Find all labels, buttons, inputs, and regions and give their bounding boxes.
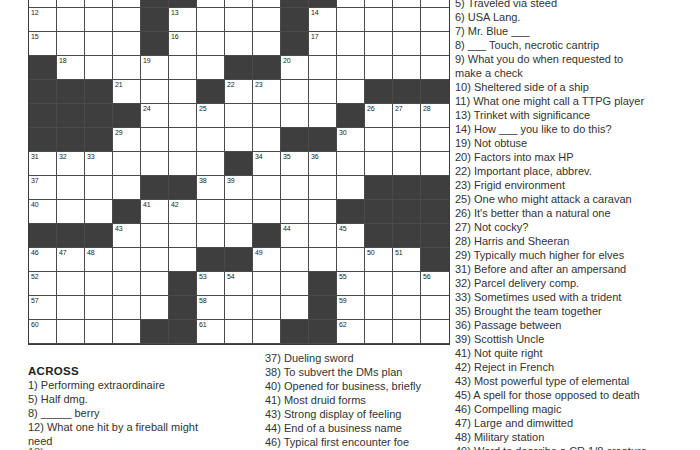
cell-r10c5 [169, 224, 197, 248]
cell-r6c2 [85, 128, 113, 152]
cell-r14c11: 62 [337, 320, 365, 344]
across-header: ACROSS [28, 364, 270, 378]
cell-r7c3 [113, 152, 141, 176]
cell-r5c1 [57, 104, 85, 128]
cell-r4c6 [197, 80, 225, 104]
cell-r13c5 [169, 296, 197, 320]
across-clue-line: 5) Half dmg. [28, 392, 270, 406]
cell-r11c2: 48 [85, 248, 113, 272]
cell-r3c5 [169, 56, 197, 80]
clue-number: 28 [423, 105, 430, 113]
clue-number: 26 [367, 105, 374, 113]
cell-r1c7 [225, 8, 253, 32]
clue-number: 37 [31, 177, 38, 185]
cell-r12c12 [365, 272, 393, 296]
cell-r1c5: 13 [169, 8, 197, 32]
cell-r3c2 [85, 56, 113, 80]
cell-r5c3 [113, 104, 141, 128]
cell-r11c12: 50 [365, 248, 393, 272]
cell-r8c10 [309, 176, 337, 200]
cell-r0c10 [309, 0, 337, 8]
cell-r2c11 [337, 32, 365, 56]
cell-r12c10 [309, 272, 337, 296]
cell-r8c7: 39 [225, 176, 253, 200]
cell-r4c4 [141, 80, 169, 104]
cell-r3c10 [309, 56, 337, 80]
cell-r11c8: 49 [253, 248, 281, 272]
cell-r9c8 [253, 200, 281, 224]
cell-r12c5 [169, 272, 197, 296]
down-clue-line: 25) One who might attack a caravan [455, 192, 700, 206]
cell-r14c2 [85, 320, 113, 344]
down-clue-line: 13) Trinket with significance [455, 108, 700, 122]
cell-r1c12 [365, 8, 393, 32]
cell-r7c6 [197, 152, 225, 176]
cell-r6c14 [421, 128, 449, 152]
clue-number: 24 [143, 105, 150, 113]
cell-r10c2 [85, 224, 113, 248]
down-clue-line: 46) Compelling magic [455, 402, 700, 416]
down-clue-line: 36) Passage between [455, 318, 700, 332]
cell-r9c4: 41 [141, 200, 169, 224]
clue-number: 50 [367, 249, 374, 257]
clue-number: 29 [115, 129, 122, 137]
clue-number: 31 [31, 153, 38, 161]
cell-r12c9 [281, 272, 309, 296]
cell-r13c4 [141, 296, 169, 320]
cell-r10c3: 43 [113, 224, 141, 248]
cell-r5c6: 25 [197, 104, 225, 128]
clue-number: 56 [423, 273, 430, 281]
cell-r5c10 [309, 104, 337, 128]
cell-r8c14 [421, 176, 449, 200]
down-clue-line: 33) Sometimes used with a trident [455, 290, 700, 304]
across-clue-line: need [28, 434, 270, 448]
cell-r5c13: 27 [393, 104, 421, 128]
clue-number: 52 [31, 273, 38, 281]
cell-r14c3 [113, 320, 141, 344]
cell-r6c10 [309, 128, 337, 152]
cell-r1c0: 12 [29, 8, 57, 32]
cell-r7c11 [337, 152, 365, 176]
clue-number: 32 [59, 153, 66, 161]
down-clue-line: 11) What one might call a TTPG player [455, 94, 700, 108]
across-clues-continued-list: 37) Dueling sword38) To subvert the DMs … [265, 351, 460, 449]
down-clue-line: 28) Harris and Sheeran [455, 234, 700, 248]
crossword-grid: 1213141516171819202122232425262728293031… [28, 0, 450, 345]
cell-r7c1: 32 [57, 152, 85, 176]
cell-r7c9: 35 [281, 152, 309, 176]
cell-r13c14 [421, 296, 449, 320]
cell-r6c9 [281, 128, 309, 152]
cell-r11c1: 47 [57, 248, 85, 272]
cell-r2c12 [365, 32, 393, 56]
across-clue-line: 41) Most druid forms [265, 393, 460, 407]
clue-number: 23 [255, 81, 262, 89]
cell-r12c7: 54 [225, 272, 253, 296]
clue-number: 58 [199, 297, 206, 305]
down-clue-line: make a check [455, 66, 700, 80]
cell-r5c11 [337, 104, 365, 128]
cell-r14c13 [393, 320, 421, 344]
cell-r4c14 [421, 80, 449, 104]
clue-number: 20 [283, 57, 290, 65]
cell-r8c2 [85, 176, 113, 200]
clue-number: 42 [171, 201, 178, 209]
cell-r9c6 [197, 200, 225, 224]
across-clue-line: 38) To subvert the DMs plan [265, 365, 460, 379]
cell-r10c10 [309, 224, 337, 248]
cell-r11c3 [113, 248, 141, 272]
cell-r7c12 [365, 152, 393, 176]
across-clue-line: 37) Dueling sword [265, 351, 460, 365]
down-clue-line: 5) Traveled via steed [455, 0, 700, 10]
cell-r14c5 [169, 320, 197, 344]
cell-r0c12 [365, 0, 393, 8]
cell-r8c11 [337, 176, 365, 200]
cell-r11c10 [309, 248, 337, 272]
cell-r8c9 [281, 176, 309, 200]
cell-r11c7 [225, 248, 253, 272]
clue-number: 33 [87, 153, 94, 161]
cell-r8c12 [365, 176, 393, 200]
cell-r3c13 [393, 56, 421, 80]
cell-r2c3 [113, 32, 141, 56]
cell-r7c10: 36 [309, 152, 337, 176]
down-clue-line: 45) A spell for those opposed to death [455, 388, 700, 402]
cell-r1c2 [85, 8, 113, 32]
cell-r6c12 [365, 128, 393, 152]
cell-r4c12 [365, 80, 393, 104]
cell-r13c7 [225, 296, 253, 320]
cell-r0c14 [421, 0, 449, 8]
cell-r1c8 [253, 8, 281, 32]
cell-r2c4 [141, 32, 169, 56]
down-clue-line: 35) Brought the team together [455, 304, 700, 318]
cell-r0c8 [253, 0, 281, 8]
cell-r9c10 [309, 200, 337, 224]
cell-r9c2 [85, 200, 113, 224]
cell-r0c4 [141, 0, 169, 8]
cell-r14c6: 61 [197, 320, 225, 344]
cell-r10c11: 45 [337, 224, 365, 248]
cell-r13c12 [365, 296, 393, 320]
down-clue-line: 32) Parcel delivery comp. [455, 276, 700, 290]
clue-number: 25 [199, 105, 206, 113]
clue-number: 60 [31, 321, 38, 329]
down-clue-line: 26) It's better than a natural one [455, 206, 700, 220]
cell-r0c0 [29, 0, 57, 8]
cell-r1c9 [281, 8, 309, 32]
clue-number: 15 [31, 33, 38, 41]
clue-number: 17 [311, 33, 318, 41]
cell-r7c8: 34 [253, 152, 281, 176]
cell-r14c9 [281, 320, 309, 344]
cell-r13c0: 57 [29, 296, 57, 320]
cell-r9c13 [393, 200, 421, 224]
down-clue-line: 42) Reject in French [455, 360, 700, 374]
cell-r6c3: 29 [113, 128, 141, 152]
down-clue-line: 31) Before and after an ampersand [455, 262, 700, 276]
across-clue-line: 12) What one hit by a fireball might [28, 420, 270, 434]
cell-r5c0 [29, 104, 57, 128]
cell-r4c13 [393, 80, 421, 104]
cell-r13c10 [309, 296, 337, 320]
cell-r3c1: 18 [57, 56, 85, 80]
cell-r7c14 [421, 152, 449, 176]
cell-r6c6 [197, 128, 225, 152]
across-clue-line: 1) Performing extraordinaire [28, 378, 270, 392]
cell-r11c0: 46 [29, 248, 57, 272]
cell-r0c1 [57, 0, 85, 8]
cell-r0c3 [113, 0, 141, 8]
cell-r9c5: 42 [169, 200, 197, 224]
cell-r0c5 [169, 0, 197, 8]
clue-number: 39 [227, 177, 234, 185]
cell-r8c4 [141, 176, 169, 200]
cell-r5c9 [281, 104, 309, 128]
down-clue-line: 48) Military station [455, 430, 700, 444]
cell-r10c1 [57, 224, 85, 248]
cell-r4c10 [309, 80, 337, 104]
cell-r2c10: 17 [309, 32, 337, 56]
cell-r11c6 [197, 248, 225, 272]
clue-number: 45 [339, 225, 346, 233]
clue-number: 16 [171, 33, 178, 41]
cell-r6c5 [169, 128, 197, 152]
cell-r5c8 [253, 104, 281, 128]
cell-r14c8 [253, 320, 281, 344]
clue-number: 43 [115, 225, 122, 233]
down-clue-line: 49) Word to describe a CR 1/8 creature [455, 444, 700, 450]
cell-r2c7 [225, 32, 253, 56]
clue-number: 46 [31, 249, 38, 257]
cell-r6c4 [141, 128, 169, 152]
cell-r2c6 [197, 32, 225, 56]
cell-r0c2 [85, 0, 113, 8]
clue-number: 19 [143, 57, 150, 65]
cell-r14c7 [225, 320, 253, 344]
cell-r6c7 [225, 128, 253, 152]
cell-r7c7 [225, 152, 253, 176]
cell-r1c11 [337, 8, 365, 32]
down-clue-line: 20) Factors into max HP [455, 150, 700, 164]
cell-r11c5 [169, 248, 197, 272]
cell-r0c9 [281, 0, 309, 8]
cell-r11c9 [281, 248, 309, 272]
cell-r7c2: 33 [85, 152, 113, 176]
clue-number: 51 [395, 249, 402, 257]
cell-r13c3 [113, 296, 141, 320]
cell-r2c5: 16 [169, 32, 197, 56]
cell-r8c0: 37 [29, 176, 57, 200]
cell-r6c1 [57, 128, 85, 152]
cell-r13c1 [57, 296, 85, 320]
cell-r11c11 [337, 248, 365, 272]
clue-number: 22 [227, 81, 234, 89]
cell-r12c11: 55 [337, 272, 365, 296]
cell-r5c2 [85, 104, 113, 128]
cell-r14c14 [421, 320, 449, 344]
cell-r4c2 [85, 80, 113, 104]
cell-r3c0 [29, 56, 57, 80]
cell-r12c8 [253, 272, 281, 296]
cell-r7c0: 31 [29, 152, 57, 176]
cell-r14c10 [309, 320, 337, 344]
clue-number: 21 [115, 81, 122, 89]
clue-number: 30 [339, 129, 346, 137]
cell-r10c0 [29, 224, 57, 248]
cell-r2c9 [281, 32, 309, 56]
crossword-cells: 1213141516171819202122232425262728293031… [29, 0, 449, 344]
across-clue-line: 40) Opened for business, briefly [265, 379, 460, 393]
down-clue-line: 23) Frigid environment [455, 178, 700, 192]
cell-r8c5 [169, 176, 197, 200]
cell-r14c1 [57, 320, 85, 344]
cell-r10c8 [253, 224, 281, 248]
cell-r6c0 [29, 128, 57, 152]
cell-r1c13 [393, 8, 421, 32]
cell-r4c9 [281, 80, 309, 104]
cell-r7c4 [141, 152, 169, 176]
cell-r13c6: 58 [197, 296, 225, 320]
cell-r9c11 [337, 200, 365, 224]
down-clue-line: 7) Mr. Blue ___ [455, 24, 700, 38]
cell-r13c8 [253, 296, 281, 320]
cell-r3c11 [337, 56, 365, 80]
down-clue-line: 29) Typically much higher for elves [455, 248, 700, 262]
clue-number: 41 [143, 201, 150, 209]
down-clue-line: 9) What you do when requested to [455, 52, 700, 66]
cell-r2c1 [57, 32, 85, 56]
cell-r4c5 [169, 80, 197, 104]
cell-r9c7 [225, 200, 253, 224]
cell-r12c2 [85, 272, 113, 296]
clue-number: 38 [199, 177, 206, 185]
cell-r11c13: 51 [393, 248, 421, 272]
cell-r5c12: 26 [365, 104, 393, 128]
down-clues-list: 5) Traveled via steed6) USA Lang.7) Mr. … [455, 0, 700, 450]
cell-r12c6: 53 [197, 272, 225, 296]
cell-r3c12 [365, 56, 393, 80]
across-clue-line: 44) End of a business name [265, 421, 460, 435]
cell-r3c6 [197, 56, 225, 80]
across-clue-line: 43) Strong display of feeling [265, 407, 460, 421]
cell-r0c6 [197, 0, 225, 8]
cell-r3c7 [225, 56, 253, 80]
cell-r10c14 [421, 224, 449, 248]
cell-r4c11 [337, 80, 365, 104]
cell-r4c0 [29, 80, 57, 104]
cell-r2c2 [85, 32, 113, 56]
cell-r11c4 [141, 248, 169, 272]
clue-number: 12 [31, 9, 38, 17]
cell-r14c12 [365, 320, 393, 344]
clue-number: 53 [199, 273, 206, 281]
across-clue-line: 46) Typical first encounter foe [265, 435, 460, 449]
clue-number: 13 [171, 9, 178, 17]
cell-r3c8 [253, 56, 281, 80]
cell-r4c8: 23 [253, 80, 281, 104]
cell-r9c14 [421, 200, 449, 224]
clue-number: 27 [395, 105, 402, 113]
cell-r5c7 [225, 104, 253, 128]
cell-r7c13 [393, 152, 421, 176]
across-clues-section: ACROSS 1) Performing extraordinaire5) Ha… [28, 364, 270, 448]
down-clue-line: 19) Not obtuse [455, 136, 700, 150]
cell-r12c0: 52 [29, 272, 57, 296]
across-clue-line: 8) _____ berry [28, 406, 270, 420]
cell-r5c5 [169, 104, 197, 128]
down-clue-line: 41) Not quite right [455, 346, 700, 360]
cell-r8c13 [393, 176, 421, 200]
cell-r8c6: 38 [197, 176, 225, 200]
across-clue-partial: 13) [28, 445, 44, 450]
cell-r1c3 [113, 8, 141, 32]
cell-r0c7 [225, 0, 253, 8]
cell-r9c0: 40 [29, 200, 57, 224]
clue-number: 40 [31, 201, 38, 209]
cell-r9c1 [57, 200, 85, 224]
cell-r6c8 [253, 128, 281, 152]
clue-number: 57 [31, 297, 38, 305]
cell-r2c13 [393, 32, 421, 56]
cell-r5c14: 28 [421, 104, 449, 128]
down-clue-line: 14) How ___ you like to do this? [455, 122, 700, 136]
cell-r3c3 [113, 56, 141, 80]
cell-r1c14 [421, 8, 449, 32]
clue-number: 48 [87, 249, 94, 257]
cell-r1c10: 14 [309, 8, 337, 32]
cell-r9c9 [281, 200, 309, 224]
cell-r12c13 [393, 272, 421, 296]
down-clue-line: 39) Scottish Uncle [455, 332, 700, 346]
clue-number: 62 [339, 321, 346, 329]
clue-number: 55 [339, 273, 346, 281]
clue-number: 35 [283, 153, 290, 161]
cell-r10c7 [225, 224, 253, 248]
down-clue-line: 43) Most powerful type of elemental [455, 374, 700, 388]
down-clue-line: 47) Large and dimwitted [455, 416, 700, 430]
clue-number: 61 [199, 321, 206, 329]
cell-r8c1 [57, 176, 85, 200]
cell-r6c13 [393, 128, 421, 152]
clue-number: 54 [227, 273, 234, 281]
cell-r1c1 [57, 8, 85, 32]
cell-r1c4 [141, 8, 169, 32]
cell-r5c4: 24 [141, 104, 169, 128]
cell-r9c12 [365, 200, 393, 224]
clue-number: 47 [59, 249, 66, 257]
clue-number: 44 [283, 225, 290, 233]
cell-r12c4 [141, 272, 169, 296]
cell-r13c13 [393, 296, 421, 320]
cell-r4c7: 22 [225, 80, 253, 104]
cell-r10c4 [141, 224, 169, 248]
cell-r12c14: 56 [421, 272, 449, 296]
cell-r12c3 [113, 272, 141, 296]
cell-r0c11 [337, 0, 365, 8]
clue-number: 14 [311, 9, 318, 17]
clue-number: 59 [339, 297, 346, 305]
cell-r13c2 [85, 296, 113, 320]
down-clue-line: 8) ___ Touch, necrotic cantrip [455, 38, 700, 52]
cell-r10c12 [365, 224, 393, 248]
cell-r13c9 [281, 296, 309, 320]
cell-r2c0: 15 [29, 32, 57, 56]
cell-r8c8 [253, 176, 281, 200]
cell-r11c14 [421, 248, 449, 272]
